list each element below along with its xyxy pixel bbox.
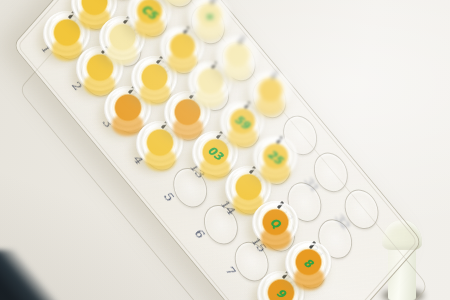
dark-corner [0,250,60,300]
bench-photo: 1234567891011121314151617181920212223242… [0,0,450,300]
sample-cup-15: Q [252,201,299,245]
cups-layer: 903Q8C55925O+ [0,0,450,300]
sample-cup-16: 8 [285,241,332,285]
sample-cup-28 [216,36,259,76]
sample-cup-29 [249,71,292,111]
sample-cup-27: + [188,0,231,36]
sample-cup-22: 25 [253,136,298,178]
